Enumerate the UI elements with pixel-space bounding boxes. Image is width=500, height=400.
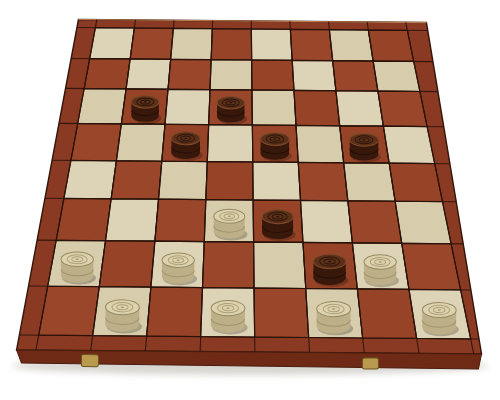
dark-piece-r4c3[interactable] [171,132,202,161]
light-piece-r8c6[interactable] [317,301,354,335]
light-piece-r8c4[interactable] [211,300,248,334]
square-r7c5[interactable] [253,242,306,288]
square-r1c6[interactable] [290,29,333,60]
square-r1c7[interactable] [329,30,373,61]
light-piece-r8c8[interactable] [422,302,459,336]
square-r8c3[interactable] [147,287,203,336]
square-r6c1[interactable] [56,198,111,240]
light-piece-r6c4[interactable] [214,209,248,240]
square-r1c8[interactable] [368,30,414,61]
square-r6c8[interactable] [395,201,452,243]
square-r2c5[interactable] [251,60,294,90]
square-r5c5[interactable] [252,162,300,200]
dark-piece-r7c6[interactable] [313,254,348,287]
square-r6c6[interactable] [300,200,353,242]
square-r4c6[interactable] [296,125,344,162]
brass-hinge-left [81,355,98,367]
light-piece-r7c1[interactable] [61,252,96,285]
square-r3c1[interactable] [78,88,126,123]
square-r3c3[interactable] [165,89,210,124]
square-r3c7[interactable] [336,91,384,126]
square-r1c3[interactable] [171,28,213,59]
dark-piece-r3c4[interactable] [217,96,247,124]
square-r6c2[interactable] [106,199,159,241]
square-r2c7[interactable] [332,61,378,91]
light-piece-r7c3[interactable] [162,253,197,286]
square-r2c3[interactable] [168,59,211,89]
checkers-board-svg [0,0,500,400]
square-r5c1[interactable] [64,160,117,198]
square-r4c4[interactable] [207,125,253,162]
square-r6c7[interactable] [347,201,402,243]
square-r6c3[interactable] [155,199,206,241]
square-r8c7[interactable] [357,289,417,339]
square-r4c8[interactable] [383,126,435,163]
square-r8c5[interactable] [254,288,309,337]
dark-piece-r4c7[interactable] [350,133,381,162]
dark-piece-r6c5[interactable] [262,210,296,241]
square-r5c6[interactable] [298,162,348,200]
square-r5c2[interactable] [111,161,162,199]
square-r3c5[interactable] [252,90,297,125]
light-piece-r7c7[interactable] [364,255,399,288]
dark-piece-r4c5[interactable] [260,133,291,162]
square-r1c2[interactable] [130,28,173,59]
square-r1c4[interactable] [211,29,252,60]
square-r3c6[interactable] [294,90,340,125]
light-piece-r8c2[interactable] [105,299,142,333]
square-r1c5[interactable] [251,29,292,60]
square-r2c4[interactable] [210,60,252,90]
square-r1c1[interactable] [90,28,135,59]
square-r4c2[interactable] [116,124,165,161]
square-r5c7[interactable] [343,163,395,201]
square-r2c1[interactable] [84,59,130,89]
square-r2c6[interactable] [292,60,336,90]
checkers-board [16,19,484,370]
brass-hinge-right [362,358,378,369]
square-r5c8[interactable] [389,163,443,201]
square-r7c4[interactable] [203,242,255,288]
square-r5c4[interactable] [206,162,254,200]
square-r3c8[interactable] [378,91,428,126]
square-r4c1[interactable] [71,123,121,160]
square-r8c1[interactable] [39,286,100,336]
board-photo [0,0,500,400]
square-r2c2[interactable] [126,59,171,89]
square-r7c2[interactable] [99,241,155,287]
dark-piece-r3c2[interactable] [131,96,161,124]
square-r2c8[interactable] [373,61,420,91]
square-r5c3[interactable] [159,161,208,199]
